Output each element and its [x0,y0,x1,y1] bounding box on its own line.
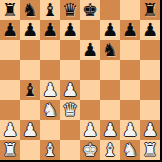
square-g3[interactable] [120,100,140,120]
white-pawn-piece[interactable]: ♟ [60,80,80,100]
square-f1[interactable]: ♝ [100,140,120,160]
black-pawn-piece[interactable]: ♟ [140,20,160,40]
black-knight-piece[interactable]: ♞ [20,0,40,20]
white-pawn-piece[interactable]: ♟ [100,120,120,140]
white-king-piece[interactable]: ♚ [80,140,100,160]
square-b7[interactable]: ♟ [20,20,40,40]
square-e8[interactable]: ♚ [80,0,100,20]
square-f6[interactable]: ♞ [100,40,120,60]
square-b3[interactable] [20,100,40,120]
square-g4[interactable] [120,80,140,100]
square-c4[interactable]: ♟ [40,80,60,100]
black-pawn-piece[interactable]: ♟ [100,20,120,40]
square-a6[interactable] [0,40,20,60]
square-a4[interactable] [0,80,20,100]
square-g5[interactable] [120,60,140,80]
black-bishop-piece[interactable]: ♝ [20,80,40,100]
board-frame: ♜♞♝♛♚♜♟♟♟♟♟♟♟♟♞♝♟♟♞♛♟♟♟♟♟♟♜♝♚♝♞♜ [0,0,162,162]
square-d2[interactable] [60,120,80,140]
square-c1[interactable]: ♝ [40,140,60,160]
square-d3[interactable]: ♛ [60,100,80,120]
black-pawn-piece[interactable]: ♟ [40,20,60,40]
square-f8[interactable] [100,0,120,20]
square-g2[interactable]: ♟ [120,120,140,140]
square-g6[interactable] [120,40,140,60]
square-e7[interactable] [80,20,100,40]
square-e4[interactable] [80,80,100,100]
square-h3[interactable] [140,100,160,120]
white-knight-piece[interactable]: ♞ [120,140,140,160]
white-pawn-piece[interactable]: ♟ [80,120,100,140]
square-h7[interactable]: ♟ [140,20,160,40]
square-d1[interactable] [60,140,80,160]
square-f2[interactable]: ♟ [100,120,120,140]
white-pawn-piece[interactable]: ♟ [140,120,160,140]
white-pawn-piece[interactable]: ♟ [40,80,60,100]
square-f5[interactable] [100,60,120,80]
square-d6[interactable] [60,40,80,60]
square-a5[interactable] [0,60,20,80]
square-h6[interactable] [140,40,160,60]
black-pawn-piece[interactable]: ♟ [0,20,20,40]
square-b6[interactable] [20,40,40,60]
square-a1[interactable]: ♜ [0,140,20,160]
square-h8[interactable]: ♜ [140,0,160,20]
square-e5[interactable] [80,60,100,80]
square-c7[interactable]: ♟ [40,20,60,40]
square-g1[interactable]: ♞ [120,140,140,160]
square-g8[interactable] [120,0,140,20]
square-a2[interactable]: ♟ [0,120,20,140]
black-pawn-piece[interactable]: ♟ [20,20,40,40]
square-e6[interactable]: ♟ [80,40,100,60]
square-e2[interactable]: ♟ [80,120,100,140]
square-f7[interactable]: ♟ [100,20,120,40]
square-a8[interactable]: ♜ [0,0,20,20]
black-king-piece[interactable]: ♚ [80,0,100,20]
square-b4[interactable]: ♝ [20,80,40,100]
square-a3[interactable] [0,100,20,120]
square-b8[interactable]: ♞ [20,0,40,20]
square-b2[interactable]: ♟ [20,120,40,140]
black-rook-piece[interactable]: ♜ [0,0,20,20]
square-d5[interactable] [60,60,80,80]
square-d8[interactable]: ♛ [60,0,80,20]
white-pawn-piece[interactable]: ♟ [20,120,40,140]
black-pawn-piece[interactable]: ♟ [120,20,140,40]
black-queen-piece[interactable]: ♛ [60,0,80,20]
square-e3[interactable] [80,100,100,120]
black-pawn-piece[interactable]: ♟ [80,40,100,60]
square-h5[interactable] [140,60,160,80]
square-c3[interactable]: ♞ [40,100,60,120]
black-bishop-piece[interactable]: ♝ [40,0,60,20]
square-b5[interactable] [20,60,40,80]
square-f3[interactable] [100,100,120,120]
square-h2[interactable]: ♟ [140,120,160,140]
square-c2[interactable] [40,120,60,140]
square-d7[interactable]: ♟ [60,20,80,40]
black-pawn-piece[interactable]: ♟ [60,20,80,40]
white-queen-piece[interactable]: ♛ [60,100,80,120]
white-bishop-piece[interactable]: ♝ [100,140,120,160]
square-c8[interactable]: ♝ [40,0,60,20]
white-pawn-piece[interactable]: ♟ [0,120,20,140]
white-rook-piece[interactable]: ♜ [140,140,160,160]
chess-board: ♜♞♝♛♚♜♟♟♟♟♟♟♟♟♞♝♟♟♞♛♟♟♟♟♟♟♜♝♚♝♞♜ [0,0,160,160]
square-f4[interactable] [100,80,120,100]
square-g7[interactable]: ♟ [120,20,140,40]
black-rook-piece[interactable]: ♜ [140,0,160,20]
square-b1[interactable] [20,140,40,160]
black-knight-piece[interactable]: ♞ [100,40,120,60]
square-d4[interactable]: ♟ [60,80,80,100]
square-c5[interactable] [40,60,60,80]
white-bishop-piece[interactable]: ♝ [40,140,60,160]
white-pawn-piece[interactable]: ♟ [120,120,140,140]
square-c6[interactable] [40,40,60,60]
square-h4[interactable] [140,80,160,100]
square-h1[interactable]: ♜ [140,140,160,160]
square-e1[interactable]: ♚ [80,140,100,160]
white-rook-piece[interactable]: ♜ [0,140,20,160]
white-knight-piece[interactable]: ♞ [40,100,60,120]
square-a7[interactable]: ♟ [0,20,20,40]
